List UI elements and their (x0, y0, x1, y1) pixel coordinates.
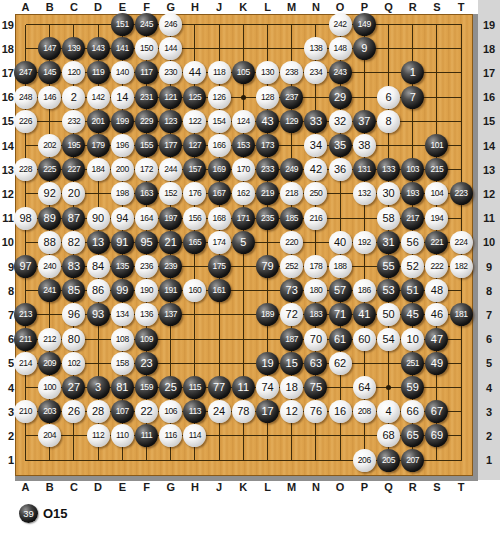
stone-black[interactable]: 79 (256, 255, 279, 278)
stone-black[interactable]: 37 (353, 110, 376, 133)
stone-black[interactable]: 245 (135, 13, 158, 36)
column-label-top: F (135, 1, 159, 13)
row-label-right: 4 (480, 382, 498, 394)
stone-black[interactable]: 91 (111, 231, 134, 254)
stone-black[interactable]: 173 (256, 134, 279, 157)
stone-white[interactable]: 166 (208, 134, 231, 157)
stone-white[interactable]: 168 (208, 207, 231, 230)
stone-white[interactable]: 224 (450, 231, 473, 254)
row-label-right: 14 (480, 140, 498, 152)
stone-white[interactable]: 182 (450, 255, 473, 278)
stone-white[interactable]: 38 (353, 134, 376, 157)
stone-black[interactable]: 217 (401, 207, 424, 230)
column-label-bottom: F (135, 481, 159, 493)
stone-white[interactable]: 2 (62, 86, 85, 109)
row-label-left: 15 (0, 115, 14, 127)
row-label-left: 7 (0, 309, 14, 321)
column-label-top: A (14, 1, 38, 13)
stone-white[interactable]: 216 (304, 207, 327, 230)
column-label-bottom: R (401, 481, 425, 493)
stone-white[interactable]: 186 (353, 279, 376, 302)
stone-black[interactable]: 29 (329, 86, 352, 109)
stone-black[interactable]: 199 (111, 110, 134, 133)
stone-white[interactable]: 54 (377, 328, 400, 351)
row-label-left: 6 (0, 333, 14, 345)
row-label-left: 9 (0, 261, 14, 273)
row-label-left: 14 (0, 140, 14, 152)
stone-white[interactable]: 128 (256, 86, 279, 109)
row-label-right: 7 (480, 309, 498, 321)
row-label-left: 1 (0, 454, 14, 466)
stone-white[interactable]: 164 (135, 207, 158, 230)
stone-black[interactable]: 135 (111, 255, 134, 278)
stone-white[interactable]: 226 (14, 110, 37, 133)
stone-white[interactable]: 62 (329, 352, 352, 375)
column-label-top: S (425, 1, 449, 13)
stone-black[interactable]: 61 (329, 328, 352, 351)
stone-black[interactable]: 95 (135, 231, 158, 254)
stone-black[interactable]: 123 (159, 110, 182, 133)
row-label-left: 4 (0, 382, 14, 394)
stone-black[interactable]: 23 (135, 352, 158, 375)
stone-white[interactable]: 28 (87, 400, 110, 423)
stone-white[interactable]: 40 (329, 231, 352, 254)
stone-white[interactable]: 118 (208, 61, 231, 84)
stone-black[interactable]: 209 (38, 352, 61, 375)
row-label-left: 16 (0, 91, 14, 103)
stone-white[interactable]: 36 (329, 158, 352, 181)
stone-black[interactable]: 47 (425, 328, 448, 351)
column-label-bottom: C (62, 481, 86, 493)
stone-white[interactable]: 56 (401, 231, 424, 254)
stone-white[interactable]: 70 (304, 328, 327, 351)
stone-white[interactable]: 86 (87, 279, 110, 302)
stone-white[interactable]: 248 (14, 86, 37, 109)
row-label-left: 18 (0, 43, 14, 55)
stone-white[interactable]: 184 (87, 158, 110, 181)
stone-white[interactable]: 24 (208, 400, 231, 423)
stone-white[interactable]: 214 (14, 352, 37, 375)
stone-black[interactable]: 155 (135, 134, 158, 157)
column-label-top: D (86, 1, 110, 13)
row-label-left: 10 (0, 236, 14, 248)
stone-white[interactable]: 84 (87, 255, 110, 278)
row-label-right: 8 (480, 285, 498, 297)
stone-black[interactable]: 125 (183, 86, 206, 109)
stone-black[interactable]: 229 (135, 110, 158, 133)
stone-black[interactable]: 7 (401, 86, 424, 109)
stone-black[interactable]: 161 (208, 279, 231, 302)
stone-black[interactable]: 207 (401, 449, 424, 472)
column-label-bottom: Q (377, 481, 401, 493)
stone-white[interactable]: 170 (232, 158, 255, 181)
stone-black[interactable]: 5 (232, 231, 255, 254)
stone-black[interactable]: 251 (401, 352, 424, 375)
stone-white[interactable]: 242 (329, 13, 352, 36)
stone-black[interactable]: 57 (329, 279, 352, 302)
column-label-top: G (159, 1, 183, 13)
column-label-bottom: B (38, 481, 62, 493)
row-label-left: 3 (0, 406, 14, 418)
stone-black[interactable]: 97 (14, 255, 37, 278)
stone-black[interactable]: 43 (256, 110, 279, 133)
row-label-left: 17 (0, 67, 14, 79)
stone-white[interactable]: 196 (111, 134, 134, 157)
column-label-top: M (280, 1, 304, 13)
row-label-right: 16 (480, 91, 498, 103)
stone-white[interactable]: 60 (353, 328, 376, 351)
stone-black[interactable]: 231 (135, 86, 158, 109)
stone-white[interactable]: 148 (329, 37, 352, 60)
stone-black[interactable]: 237 (280, 86, 303, 109)
column-label-bottom: K (231, 481, 255, 493)
stone-black[interactable]: 187 (280, 328, 303, 351)
stone-black[interactable]: 197 (159, 207, 182, 230)
stone-white[interactable]: 236 (135, 255, 158, 278)
stone-black[interactable]: 121 (159, 86, 182, 109)
stone-black[interactable]: 235 (256, 207, 279, 230)
stone-white[interactable]: 158 (111, 352, 134, 375)
row-label-right: 15 (480, 115, 498, 127)
row-label-right: 11 (480, 212, 498, 224)
stone-white[interactable]: 146 (38, 86, 61, 109)
stone-white[interactable]: 74 (256, 376, 279, 399)
stone-white[interactable]: 10 (401, 328, 424, 351)
stone-black[interactable]: 71 (329, 303, 352, 326)
stone-white[interactable]: 78 (232, 400, 255, 423)
stone-white[interactable]: 94 (111, 207, 134, 230)
column-label-top: Q (377, 1, 401, 13)
stone-white[interactable]: 212 (38, 328, 61, 351)
row-label-left: 13 (0, 164, 14, 176)
stone-white[interactable]: 220 (280, 231, 303, 254)
row-label-left: 19 (0, 19, 14, 31)
stone-white[interactable]: 206 (353, 449, 376, 472)
row-label-right: 5 (480, 357, 498, 369)
star-point (386, 385, 391, 390)
column-label-top: E (110, 1, 134, 13)
stone-black[interactable]: 181 (450, 303, 473, 326)
stone-white[interactable]: 188 (329, 255, 352, 278)
stone-black[interactable]: 151 (111, 13, 134, 36)
stone-black[interactable]: 185 (280, 207, 303, 230)
column-label-top: B (38, 1, 62, 13)
column-label-bottom: G (159, 481, 183, 493)
row-label-right: 6 (480, 333, 498, 345)
stone-white[interactable]: 124 (232, 110, 255, 133)
stone-black[interactable]: 153 (232, 134, 255, 157)
column-label-top: K (231, 1, 255, 13)
stone-black[interactable]: 159 (135, 376, 158, 399)
stone-black[interactable]: 3 (87, 376, 110, 399)
stone-white[interactable]: 192 (353, 231, 376, 254)
row-label-right: 18 (480, 43, 498, 55)
grid-line-horizontal (26, 24, 463, 25)
column-label-top: C (62, 1, 86, 13)
row-label-left: 2 (0, 430, 14, 442)
stone-black[interactable]: 35 (329, 134, 352, 157)
stone-black[interactable]: 13 (87, 231, 110, 254)
go-game-record: AABBCCDDEEFFGGHHJJKKLLMMNNOOPPQQRRSSTT19… (0, 0, 500, 537)
stone-black[interactable]: 141 (111, 37, 134, 60)
stone-black[interactable]: 169 (208, 158, 231, 181)
caption-point-label: O15 (43, 506, 68, 521)
stone-black[interactable]: 55 (377, 255, 400, 278)
stone-white[interactable]: 8 (377, 110, 400, 133)
column-label-bottom: O (328, 481, 352, 493)
stone-black[interactable]: 99 (111, 279, 134, 302)
row-label-left: 5 (0, 357, 14, 369)
stone-black[interactable]: 89 (38, 207, 61, 230)
grid-line-horizontal (26, 363, 463, 364)
stone-white[interactable]: 126 (208, 86, 231, 109)
stone-white[interactable]: 156 (183, 207, 206, 230)
row-label-right: 1 (480, 454, 498, 466)
stone-black[interactable]: 131 (353, 158, 376, 181)
stone-white[interactable]: 64 (353, 376, 376, 399)
row-label-right: 2 (480, 430, 498, 442)
stone-black[interactable]: 167 (208, 182, 231, 205)
row-label-right: 19 (480, 19, 498, 31)
row-label-right: 13 (480, 164, 498, 176)
row-label-right: 17 (480, 67, 498, 79)
stone-black[interactable]: 11 (232, 376, 255, 399)
stone-white[interactable]: 88 (38, 231, 61, 254)
stone-black[interactable]: 211 (14, 328, 37, 351)
row-label-left: 8 (0, 285, 14, 297)
stone-white[interactable]: 174 (208, 231, 231, 254)
column-label-bottom: N (304, 481, 328, 493)
column-label-bottom: P (352, 481, 376, 493)
stone-black[interactable]: 31 (377, 231, 400, 254)
stone-black[interactable]: 81 (111, 376, 134, 399)
stone-white[interactable]: 90 (87, 207, 110, 230)
column-label-bottom: D (86, 481, 110, 493)
move-annotation: 39 O15 (19, 503, 68, 523)
stone-black[interactable]: 149 (353, 13, 376, 36)
column-label-top: N (304, 1, 328, 13)
column-label-top: T (449, 1, 473, 13)
column-label-bottom: E (110, 481, 134, 493)
stone-white[interactable]: 32 (329, 110, 352, 133)
stone-white[interactable]: 154 (208, 110, 231, 133)
caption-black-stone: 39 (19, 504, 38, 523)
stone-black[interactable]: 223 (450, 182, 473, 205)
row-label-right: 3 (480, 406, 498, 418)
stone-black[interactable]: 77 (208, 376, 231, 399)
row-label-left: 11 (0, 212, 14, 224)
stone-black[interactable]: 119 (87, 61, 110, 84)
stone-black[interactable]: 19 (256, 352, 279, 375)
row-label-right: 12 (480, 188, 498, 200)
column-label-top: P (352, 1, 376, 13)
column-label-bottom: H (183, 481, 207, 493)
stone-white[interactable]: 6 (377, 86, 400, 109)
stone-black[interactable]: 87 (62, 207, 85, 230)
stone-black[interactable]: 21 (159, 231, 182, 254)
stone-black[interactable]: 143 (87, 37, 110, 60)
column-label-bottom: A (14, 481, 38, 493)
column-label-top: J (207, 1, 231, 13)
stone-white[interactable]: 194 (425, 207, 448, 230)
column-label-bottom: T (449, 481, 473, 493)
column-label-bottom: M (280, 481, 304, 493)
stone-black[interactable]: 109 (135, 328, 158, 351)
column-label-top: O (328, 1, 352, 13)
star-point (241, 95, 246, 100)
column-label-bottom: J (207, 481, 231, 493)
stone-black[interactable]: 107 (111, 400, 134, 423)
stone-white[interactable]: 14 (111, 86, 134, 109)
stone-black[interactable]: 205 (377, 449, 400, 472)
stone-white[interactable]: 142 (87, 86, 110, 109)
row-label-left: 12 (0, 188, 14, 200)
stone-black[interactable]: 171 (232, 207, 255, 230)
stone-black[interactable]: 175 (208, 255, 231, 278)
column-label-top: R (401, 1, 425, 13)
stone-black[interactable]: 129 (280, 110, 303, 133)
stone-white[interactable]: 200 (111, 158, 134, 181)
column-label-bottom: S (425, 481, 449, 493)
stone-white[interactable]: 98 (14, 207, 37, 230)
stone-black[interactable]: 179 (87, 134, 110, 157)
row-label-right: 10 (480, 236, 498, 248)
stone-white[interactable]: 58 (377, 207, 400, 230)
stone-white[interactable]: 16 (329, 400, 352, 423)
column-label-bottom: L (256, 481, 280, 493)
stone-white[interactable]: 80 (62, 328, 85, 351)
stone-black[interactable]: 201 (87, 110, 110, 133)
stone-white[interactable]: 208 (353, 400, 376, 423)
stone-black[interactable]: 15 (280, 352, 303, 375)
column-label-top: H (183, 1, 207, 13)
stone-black[interactable]: 9 (353, 37, 376, 60)
row-label-right: 9 (480, 261, 498, 273)
column-label-top: L (256, 1, 280, 13)
stone-black[interactable]: 93 (87, 303, 110, 326)
stone-white[interactable]: 108 (111, 328, 134, 351)
stone-white[interactable]: 112 (87, 424, 110, 447)
stone-black[interactable]: 243 (329, 61, 352, 84)
